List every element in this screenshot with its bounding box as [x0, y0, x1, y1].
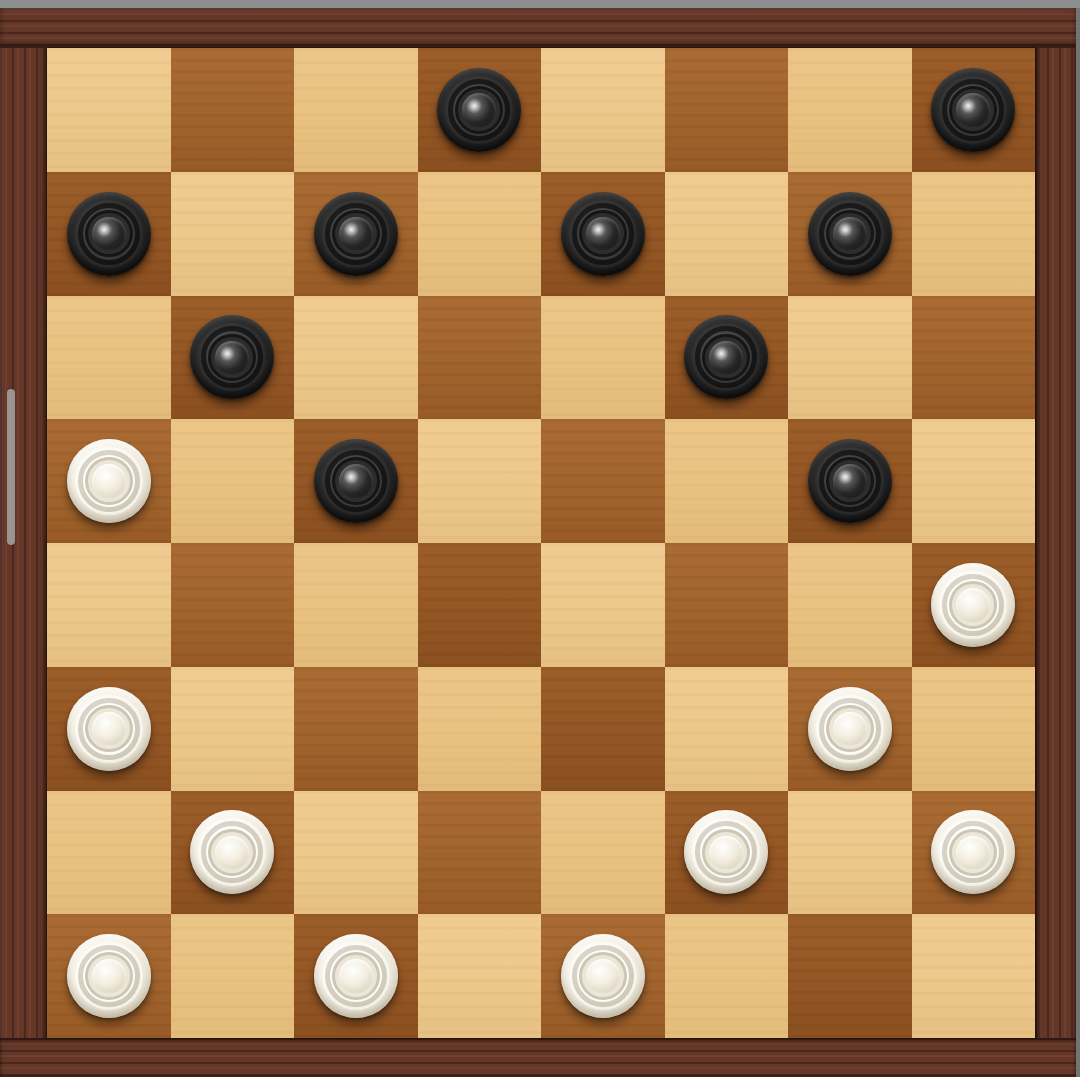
- square-r6-c7[interactable]: [788, 667, 912, 791]
- square-r6-c4[interactable]: [418, 667, 542, 791]
- white-checker[interactable]: [808, 687, 892, 771]
- checkers-app-window: [0, 0, 1080, 1077]
- square-r5-c7[interactable]: [788, 543, 912, 667]
- square-r7-c6[interactable]: [665, 791, 789, 915]
- square-r7-c7[interactable]: [788, 791, 912, 915]
- square-r3-c2[interactable]: [171, 296, 295, 420]
- square-r6-c5[interactable]: [541, 667, 665, 791]
- black-checker[interactable]: [808, 192, 892, 276]
- white-checker[interactable]: [314, 934, 398, 1018]
- square-r8-c7[interactable]: [788, 914, 912, 1038]
- black-checker[interactable]: [561, 192, 645, 276]
- square-r6-c1[interactable]: [47, 667, 171, 791]
- square-r5-c4[interactable]: [418, 543, 542, 667]
- black-checker[interactable]: [190, 315, 274, 399]
- square-r2-c2[interactable]: [171, 172, 295, 296]
- black-checker[interactable]: [808, 439, 892, 523]
- square-r4-c8[interactable]: [912, 419, 1036, 543]
- square-r8-c4[interactable]: [418, 914, 542, 1038]
- board-frame-top: [0, 8, 1076, 48]
- black-checker[interactable]: [314, 192, 398, 276]
- black-checker[interactable]: [684, 315, 768, 399]
- square-r8-c6[interactable]: [665, 914, 789, 1038]
- square-r2-c6[interactable]: [665, 172, 789, 296]
- square-r5-c8[interactable]: [912, 543, 1036, 667]
- black-checker[interactable]: [67, 192, 151, 276]
- black-checker[interactable]: [314, 439, 398, 523]
- square-r3-c6[interactable]: [665, 296, 789, 420]
- square-r2-c5[interactable]: [541, 172, 665, 296]
- square-r2-c8[interactable]: [912, 172, 1036, 296]
- square-r1-c8[interactable]: [912, 48, 1036, 172]
- square-r8-c3[interactable]: [294, 914, 418, 1038]
- window-top-strip: [0, 0, 1080, 8]
- black-checker[interactable]: [437, 68, 521, 152]
- square-r4-c2[interactable]: [171, 419, 295, 543]
- white-checker[interactable]: [684, 810, 768, 894]
- square-r6-c8[interactable]: [912, 667, 1036, 791]
- square-r4-c4[interactable]: [418, 419, 542, 543]
- square-r1-c6[interactable]: [665, 48, 789, 172]
- square-r1-c5[interactable]: [541, 48, 665, 172]
- square-r1-c7[interactable]: [788, 48, 912, 172]
- board-frame-bottom: [0, 1038, 1076, 1077]
- square-r5-c5[interactable]: [541, 543, 665, 667]
- square-r7-c8[interactable]: [912, 791, 1036, 915]
- square-r2-c7[interactable]: [788, 172, 912, 296]
- board-frame-right: [1035, 8, 1076, 1077]
- white-checker[interactable]: [67, 934, 151, 1018]
- white-checker[interactable]: [67, 439, 151, 523]
- white-checker[interactable]: [67, 687, 151, 771]
- square-r8-c5[interactable]: [541, 914, 665, 1038]
- square-r6-c3[interactable]: [294, 667, 418, 791]
- square-r7-c5[interactable]: [541, 791, 665, 915]
- square-r3-c4[interactable]: [418, 296, 542, 420]
- checkers-board: [47, 48, 1035, 1038]
- square-r6-c6[interactable]: [665, 667, 789, 791]
- square-r3-c7[interactable]: [788, 296, 912, 420]
- square-r7-c2[interactable]: [171, 791, 295, 915]
- square-r4-c1[interactable]: [47, 419, 171, 543]
- square-r1-c4[interactable]: [418, 48, 542, 172]
- square-r4-c3[interactable]: [294, 419, 418, 543]
- square-r1-c1[interactable]: [47, 48, 171, 172]
- window-right-strip: [1076, 8, 1080, 1077]
- square-r2-c3[interactable]: [294, 172, 418, 296]
- white-checker[interactable]: [931, 563, 1015, 647]
- square-r2-c1[interactable]: [47, 172, 171, 296]
- square-r5-c1[interactable]: [47, 543, 171, 667]
- white-checker[interactable]: [190, 810, 274, 894]
- square-r3-c5[interactable]: [541, 296, 665, 420]
- square-r3-c8[interactable]: [912, 296, 1036, 420]
- square-r1-c2[interactable]: [171, 48, 295, 172]
- square-r3-c3[interactable]: [294, 296, 418, 420]
- square-r5-c6[interactable]: [665, 543, 789, 667]
- square-r1-c3[interactable]: [294, 48, 418, 172]
- square-r7-c4[interactable]: [418, 791, 542, 915]
- square-r7-c3[interactable]: [294, 791, 418, 915]
- square-r4-c5[interactable]: [541, 419, 665, 543]
- white-checker[interactable]: [931, 810, 1015, 894]
- square-r5-c2[interactable]: [171, 543, 295, 667]
- square-r3-c1[interactable]: [47, 296, 171, 420]
- square-r4-c7[interactable]: [788, 419, 912, 543]
- scrollbar-thumb[interactable]: [7, 389, 15, 545]
- square-r8-c1[interactable]: [47, 914, 171, 1038]
- square-r2-c4[interactable]: [418, 172, 542, 296]
- square-r6-c2[interactable]: [171, 667, 295, 791]
- square-r5-c3[interactable]: [294, 543, 418, 667]
- square-r7-c1[interactable]: [47, 791, 171, 915]
- black-checker[interactable]: [931, 68, 1015, 152]
- square-r8-c8[interactable]: [912, 914, 1036, 1038]
- square-r4-c6[interactable]: [665, 419, 789, 543]
- white-checker[interactable]: [561, 934, 645, 1018]
- square-r8-c2[interactable]: [171, 914, 295, 1038]
